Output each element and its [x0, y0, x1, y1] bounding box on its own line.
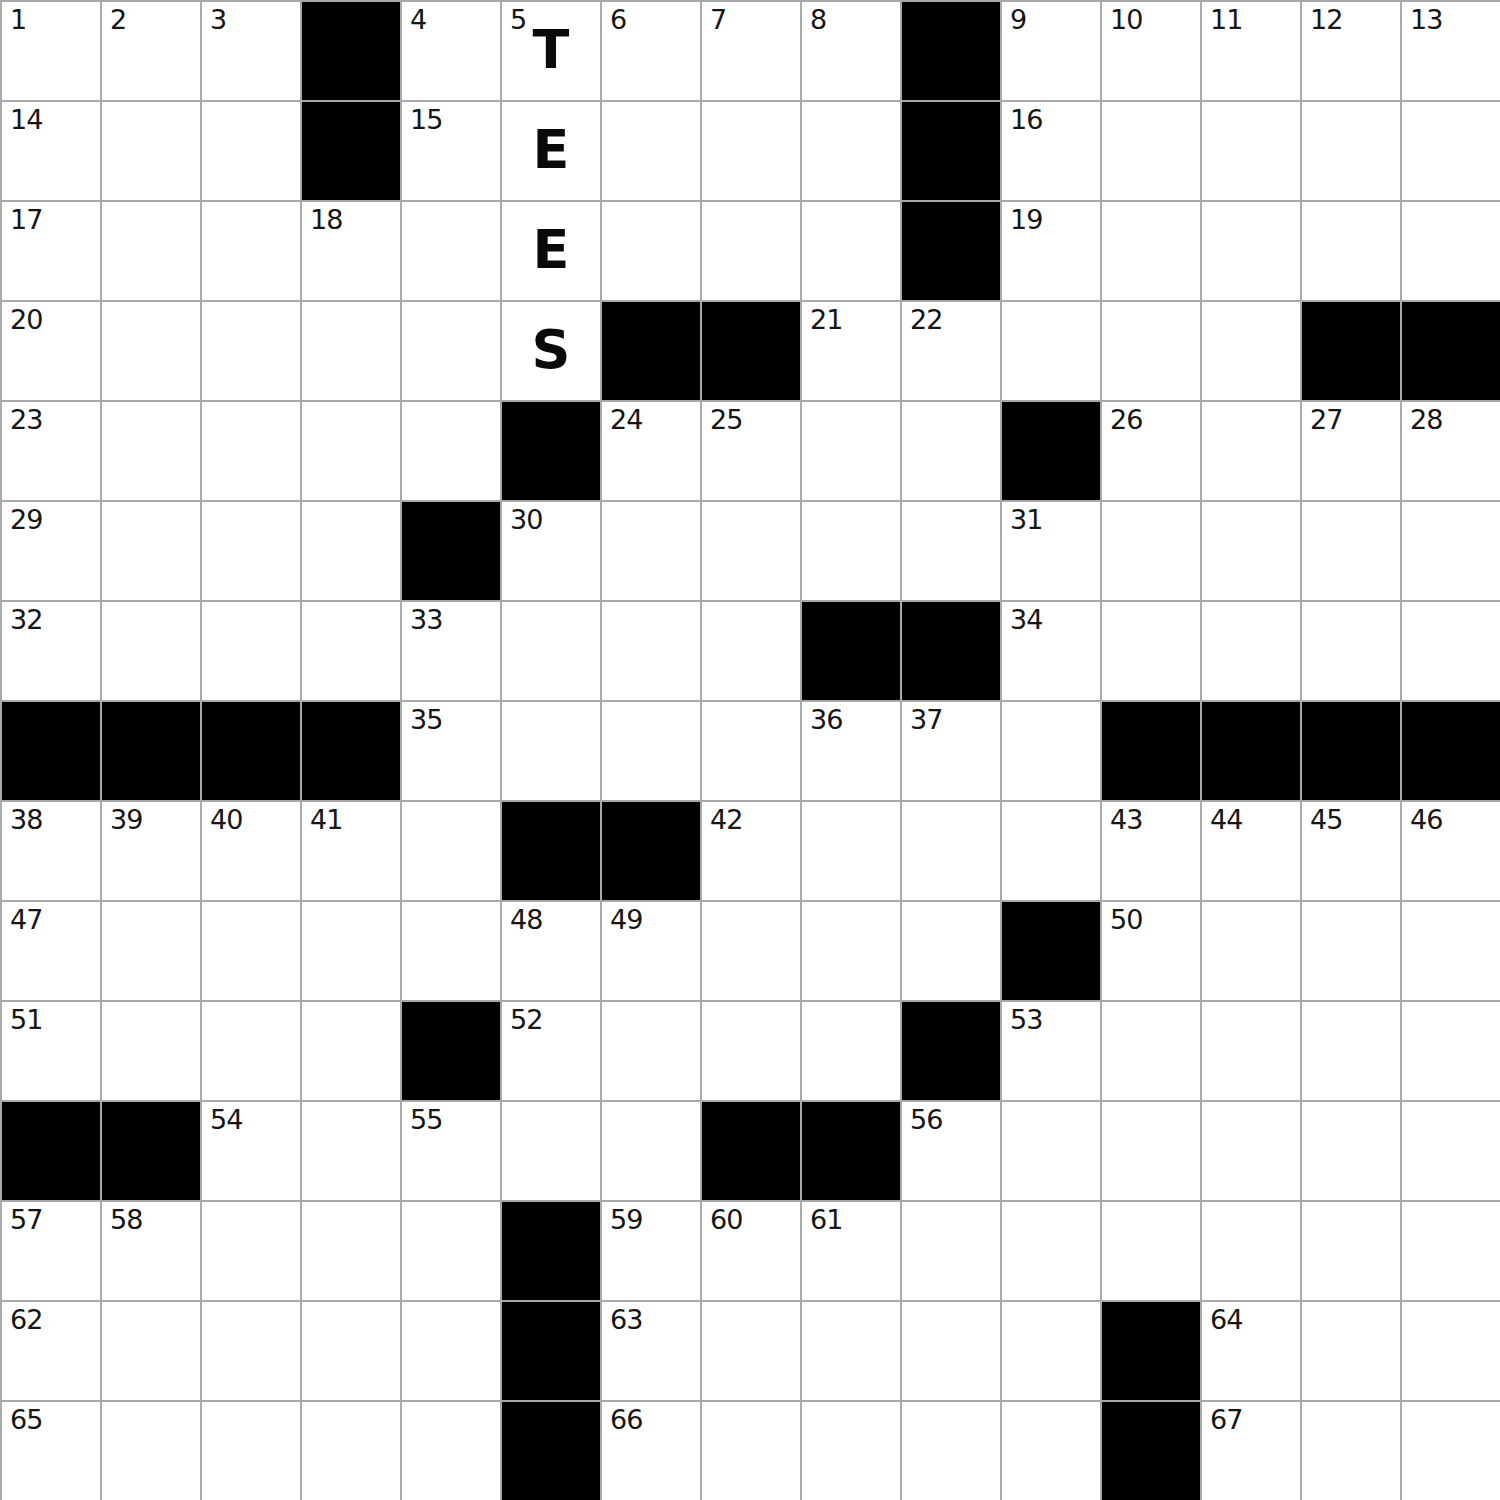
cell-r2c3[interactable] — [200, 100, 300, 200]
cell-r11c3[interactable] — [200, 1000, 300, 1100]
black-cell — [100, 1100, 200, 1200]
clue-number: 45 — [1310, 806, 1342, 833]
cell-r11c11[interactable]: 53 — [1000, 1000, 1100, 1100]
cell-r13c8[interactable]: 60 — [700, 1200, 800, 1300]
clue-number: 62 — [10, 1306, 42, 1333]
filled-letter: E — [502, 120, 600, 178]
clue-number: 56 — [910, 1106, 942, 1133]
cell-r15c9[interactable] — [800, 1400, 900, 1500]
cell-r3c2[interactable] — [100, 200, 200, 300]
cell-r10c3[interactable] — [200, 900, 300, 1000]
cell-r3c5[interactable] — [400, 200, 500, 300]
clue-number: 18 — [310, 206, 342, 233]
cell-r2c15[interactable] — [1400, 100, 1500, 200]
cell-r13c11[interactable] — [1000, 1200, 1100, 1300]
cell-r7c3[interactable] — [200, 600, 300, 700]
clue-number: 4 — [410, 6, 426, 33]
cell-r14c5[interactable] — [400, 1300, 500, 1400]
cell-r2c14[interactable] — [1300, 100, 1400, 200]
cell-r3c6[interactable]: E — [500, 200, 600, 300]
cell-r4c11[interactable] — [1000, 300, 1100, 400]
clue-number: 28 — [1410, 406, 1442, 433]
black-cell — [900, 200, 1000, 300]
clue-number: 65 — [10, 1406, 42, 1433]
cell-r14c8[interactable] — [700, 1300, 800, 1400]
black-cell — [0, 700, 100, 800]
clue-number: 32 — [10, 606, 42, 633]
clue-number: 46 — [1410, 806, 1442, 833]
clue-number: 2 — [110, 6, 126, 33]
cell-r12c11[interactable] — [1000, 1100, 1100, 1200]
cell-r15c5[interactable] — [400, 1400, 500, 1500]
clue-number: 24 — [610, 406, 642, 433]
cell-r11c8[interactable] — [700, 1000, 800, 1100]
clue-number: 51 — [10, 1006, 42, 1033]
black-cell — [900, 0, 1000, 100]
cell-r10c13[interactable] — [1200, 900, 1300, 1000]
cell-r9c5[interactable] — [400, 800, 500, 900]
cell-r1c9[interactable]: 8 — [800, 0, 900, 100]
cell-r11c9[interactable] — [800, 1000, 900, 1100]
cell-r12c4[interactable] — [300, 1100, 400, 1200]
cell-r7c1[interactable]: 32 — [0, 600, 100, 700]
clue-number: 64 — [1210, 1306, 1242, 1333]
cell-r14c9[interactable] — [800, 1300, 900, 1400]
cell-r12c3[interactable]: 54 — [200, 1100, 300, 1200]
clue-number: 13 — [1410, 6, 1442, 33]
clue-number: 44 — [1210, 806, 1242, 833]
clue-number: 36 — [810, 706, 842, 733]
cell-r13c12[interactable] — [1100, 1200, 1200, 1300]
cell-r10c14[interactable] — [1300, 900, 1400, 1000]
cell-r8c9[interactable]: 36 — [800, 700, 900, 800]
cell-r4c12[interactable] — [1100, 300, 1200, 400]
black-cell — [200, 700, 300, 800]
black-cell — [1100, 1300, 1200, 1400]
cell-r14c1[interactable]: 62 — [0, 1300, 100, 1400]
cell-r7c6[interactable] — [500, 600, 600, 700]
clue-number: 34 — [1010, 606, 1042, 633]
cell-r2c8[interactable] — [700, 100, 800, 200]
cell-r12c7[interactable] — [600, 1100, 700, 1200]
cell-r5c5[interactable] — [400, 400, 500, 500]
clue-number: 40 — [210, 806, 242, 833]
cell-r14c15[interactable] — [1400, 1300, 1500, 1400]
cell-r7c15[interactable] — [1400, 600, 1500, 700]
cell-r2c7[interactable] — [600, 100, 700, 200]
cell-r11c6[interactable]: 52 — [500, 1000, 600, 1100]
cell-r7c8[interactable] — [700, 600, 800, 700]
cell-r6c15[interactable] — [1400, 500, 1500, 600]
cell-r7c14[interactable] — [1300, 600, 1400, 700]
black-cell — [700, 300, 800, 400]
cell-r7c5[interactable]: 33 — [400, 600, 500, 700]
clue-number: 49 — [610, 906, 642, 933]
cell-r5c2[interactable] — [100, 400, 200, 500]
clue-number: 23 — [10, 406, 42, 433]
cell-r15c10[interactable] — [900, 1400, 1000, 1500]
black-cell — [800, 600, 900, 700]
clue-number: 61 — [810, 1206, 842, 1233]
clue-number: 17 — [10, 206, 42, 233]
clue-number: 58 — [110, 1206, 142, 1233]
filled-letter: S — [502, 320, 600, 378]
black-cell — [1300, 700, 1400, 800]
cell-r15c8[interactable] — [700, 1400, 800, 1500]
black-cell — [300, 100, 400, 200]
cell-r9c12[interactable]: 43 — [1100, 800, 1200, 900]
cell-r9c3[interactable]: 40 — [200, 800, 300, 900]
cell-r15c1[interactable]: 65 — [0, 1400, 100, 1500]
cell-r11c1[interactable]: 51 — [0, 1000, 100, 1100]
cell-r13c15[interactable] — [1400, 1200, 1500, 1300]
black-cell — [600, 800, 700, 900]
clue-number: 47 — [10, 906, 42, 933]
cell-r14c4[interactable] — [300, 1300, 400, 1400]
cell-r12c6[interactable] — [500, 1100, 600, 1200]
clue-number: 52 — [510, 1006, 542, 1033]
clue-number: 43 — [1110, 806, 1142, 833]
clue-number: 60 — [710, 1206, 742, 1233]
cell-r8c5[interactable]: 35 — [400, 700, 500, 800]
cell-r9c1[interactable]: 38 — [0, 800, 100, 900]
cell-r4c5[interactable] — [400, 300, 500, 400]
black-cell — [800, 1100, 900, 1200]
cell-r1c8[interactable]: 7 — [700, 0, 800, 100]
black-cell — [1400, 700, 1500, 800]
clue-number: 10 — [1110, 6, 1142, 33]
cell-r5c4[interactable] — [300, 400, 400, 500]
cell-r14c3[interactable] — [200, 1300, 300, 1400]
cell-r6c8[interactable] — [700, 500, 800, 600]
cell-r13c13[interactable] — [1200, 1200, 1300, 1300]
clue-number: 38 — [10, 806, 42, 833]
cell-r11c7[interactable] — [600, 1000, 700, 1100]
cell-r4c1[interactable]: 20 — [0, 300, 100, 400]
cell-r6c2[interactable] — [100, 500, 200, 600]
cell-r2c2[interactable] — [100, 100, 200, 200]
cell-r3c14[interactable] — [1300, 200, 1400, 300]
black-cell — [500, 400, 600, 500]
black-cell — [1100, 1400, 1200, 1500]
cell-r15c15[interactable] — [1400, 1400, 1500, 1500]
cell-r2c9[interactable] — [800, 100, 900, 200]
clue-number: 26 — [1110, 406, 1142, 433]
cell-r4c3[interactable] — [200, 300, 300, 400]
black-cell — [1400, 300, 1500, 400]
cell-r11c15[interactable] — [1400, 1000, 1500, 1100]
cell-r3c3[interactable] — [200, 200, 300, 300]
clue-number: 22 — [910, 306, 942, 333]
cell-r8c11[interactable] — [1000, 700, 1100, 800]
cell-r10c5[interactable] — [400, 900, 500, 1000]
cell-r5c15[interactable]: 28 — [1400, 400, 1500, 500]
clue-number: 9 — [1010, 6, 1026, 33]
cell-r6c12[interactable] — [1100, 500, 1200, 600]
black-cell — [400, 500, 500, 600]
clue-number: 25 — [710, 406, 742, 433]
cell-r11c13[interactable] — [1200, 1000, 1300, 1100]
cell-r13c9[interactable]: 61 — [800, 1200, 900, 1300]
cell-r4c9[interactable]: 21 — [800, 300, 900, 400]
clue-number: 39 — [110, 806, 142, 833]
clue-number: 21 — [810, 306, 842, 333]
black-cell — [500, 1200, 600, 1300]
cell-r2c1[interactable]: 14 — [0, 100, 100, 200]
black-cell — [300, 700, 400, 800]
clue-number: 54 — [210, 1106, 242, 1133]
cell-r13c2[interactable]: 58 — [100, 1200, 200, 1300]
cell-r1c7[interactable]: 6 — [600, 0, 700, 100]
cell-r6c4[interactable] — [300, 500, 400, 600]
cell-r2c12[interactable] — [1100, 100, 1200, 200]
clue-number: 14 — [10, 106, 42, 133]
cell-r5c10[interactable] — [900, 400, 1000, 500]
cell-r9c11[interactable] — [1000, 800, 1100, 900]
clue-number: 59 — [610, 1206, 642, 1233]
cell-r9c4[interactable]: 41 — [300, 800, 400, 900]
cell-r12c5[interactable]: 55 — [400, 1100, 500, 1200]
cell-r9c2[interactable]: 39 — [100, 800, 200, 900]
crossword-grid: 12345T6789101112131415E161718E1920S21222… — [0, 0, 1500, 1500]
cell-r15c13[interactable]: 67 — [1200, 1400, 1300, 1500]
cell-r3c1[interactable]: 17 — [0, 200, 100, 300]
cell-r9c13[interactable]: 44 — [1200, 800, 1300, 900]
black-cell — [1000, 400, 1100, 500]
cell-r9c14[interactable]: 45 — [1300, 800, 1400, 900]
black-cell — [100, 700, 200, 800]
clue-number: 7 — [710, 6, 726, 33]
cell-r15c7[interactable]: 66 — [600, 1400, 700, 1500]
cell-r12c10[interactable]: 56 — [900, 1100, 1000, 1200]
cell-r7c13[interactable] — [1200, 600, 1300, 700]
clue-number: 27 — [1310, 406, 1342, 433]
cell-r2c13[interactable] — [1200, 100, 1300, 200]
cell-r6c3[interactable] — [200, 500, 300, 600]
cell-r3c12[interactable] — [1100, 200, 1200, 300]
clue-number: 12 — [1310, 6, 1342, 33]
cell-r10c8[interactable] — [700, 900, 800, 1000]
cell-r10c10[interactable] — [900, 900, 1000, 1000]
cell-r13c4[interactable] — [300, 1200, 400, 1300]
clue-number: 19 — [1010, 206, 1042, 233]
black-cell — [600, 300, 700, 400]
cell-r3c15[interactable] — [1400, 200, 1500, 300]
cell-r15c14[interactable] — [1300, 1400, 1400, 1500]
cell-r1c6[interactable]: 5T — [500, 0, 600, 100]
cell-r1c2[interactable]: 2 — [100, 0, 200, 100]
cell-r5c7[interactable]: 24 — [600, 400, 700, 500]
cell-r10c6[interactable]: 48 — [500, 900, 600, 1000]
clue-number: 67 — [1210, 1406, 1242, 1433]
cell-r10c2[interactable] — [100, 900, 200, 1000]
cell-r12c15[interactable] — [1400, 1100, 1500, 1200]
cell-r6c6[interactable]: 30 — [500, 500, 600, 600]
cell-r15c11[interactable] — [1000, 1400, 1100, 1500]
cell-r10c12[interactable]: 50 — [1100, 900, 1200, 1000]
cell-r1c3[interactable]: 3 — [200, 0, 300, 100]
black-cell — [700, 1100, 800, 1200]
cell-r12c13[interactable] — [1200, 1100, 1300, 1200]
cell-r13c3[interactable] — [200, 1200, 300, 1300]
cell-r5c3[interactable] — [200, 400, 300, 500]
cell-r9c10[interactable] — [900, 800, 1000, 900]
black-cell — [900, 600, 1000, 700]
cell-r4c2[interactable] — [100, 300, 200, 400]
clue-number: 29 — [10, 506, 42, 533]
black-cell — [500, 800, 600, 900]
cell-r5c9[interactable] — [800, 400, 900, 500]
cell-r2c11[interactable]: 16 — [1000, 100, 1100, 200]
clue-number: 30 — [510, 506, 542, 533]
clue-number: 55 — [410, 1106, 442, 1133]
cell-r10c4[interactable] — [300, 900, 400, 1000]
cell-r5c1[interactable]: 23 — [0, 400, 100, 500]
cell-r10c15[interactable] — [1400, 900, 1500, 1000]
cell-r1c12[interactable]: 10 — [1100, 0, 1200, 100]
clue-number: 48 — [510, 906, 542, 933]
clue-number: 50 — [1110, 906, 1142, 933]
cell-r14c2[interactable] — [100, 1300, 200, 1400]
cell-r6c1[interactable]: 29 — [0, 500, 100, 600]
cell-r15c4[interactable] — [300, 1400, 400, 1500]
cell-r1c11[interactable]: 9 — [1000, 0, 1100, 100]
cell-r12c14[interactable] — [1300, 1100, 1400, 1200]
cell-r13c7[interactable]: 59 — [600, 1200, 700, 1300]
clue-number: 42 — [710, 806, 742, 833]
clue-number: 15 — [410, 106, 442, 133]
cell-r5c8[interactable]: 25 — [700, 400, 800, 500]
clue-number: 37 — [910, 706, 942, 733]
cell-r3c9[interactable] — [800, 200, 900, 300]
cell-r14c7[interactable]: 63 — [600, 1300, 700, 1400]
cell-r1c13[interactable]: 11 — [1200, 0, 1300, 100]
cell-r3c13[interactable] — [1200, 200, 1300, 300]
cell-r2c5[interactable]: 15 — [400, 100, 500, 200]
cell-r6c14[interactable] — [1300, 500, 1400, 600]
cell-r6c10[interactable] — [900, 500, 1000, 600]
clue-number: 33 — [410, 606, 442, 633]
black-cell — [300, 0, 400, 100]
black-cell — [900, 1000, 1000, 1100]
cell-r6c11[interactable]: 31 — [1000, 500, 1100, 600]
filled-letter: T — [502, 20, 600, 78]
black-cell — [1100, 700, 1200, 800]
black-cell — [500, 1300, 600, 1400]
cell-r13c14[interactable] — [1300, 1200, 1400, 1300]
cell-r7c2[interactable] — [100, 600, 200, 700]
cell-r12c12[interactable] — [1100, 1100, 1200, 1200]
clue-number: 20 — [10, 306, 42, 333]
clue-number: 1 — [10, 6, 26, 33]
clue-number: 6 — [610, 6, 626, 33]
cell-r7c11[interactable]: 34 — [1000, 600, 1100, 700]
clue-number: 63 — [610, 1306, 642, 1333]
clue-number: 41 — [310, 806, 342, 833]
clue-number: 53 — [1010, 1006, 1042, 1033]
filled-letter: E — [502, 220, 600, 278]
cell-r8c6[interactable] — [500, 700, 600, 800]
cell-r5c14[interactable]: 27 — [1300, 400, 1400, 500]
black-cell — [1000, 900, 1100, 1000]
cell-r6c9[interactable] — [800, 500, 900, 600]
cell-r14c14[interactable] — [1300, 1300, 1400, 1400]
cell-r11c4[interactable] — [300, 1000, 400, 1100]
clue-number: 8 — [810, 6, 826, 33]
clue-number: 3 — [210, 6, 226, 33]
clue-number: 31 — [1010, 506, 1042, 533]
cell-r14c13[interactable]: 64 — [1200, 1300, 1300, 1400]
cell-r10c9[interactable] — [800, 900, 900, 1000]
cell-r14c11[interactable] — [1000, 1300, 1100, 1400]
cell-r9c15[interactable]: 46 — [1400, 800, 1500, 900]
cell-r10c7[interactable]: 49 — [600, 900, 700, 1000]
cell-r9c8[interactable]: 42 — [700, 800, 800, 900]
cell-r11c14[interactable] — [1300, 1000, 1400, 1100]
cell-r13c10[interactable] — [900, 1200, 1000, 1300]
cell-r1c1[interactable]: 1 — [0, 0, 100, 100]
cell-r1c5[interactable]: 4 — [400, 0, 500, 100]
clue-number: 35 — [410, 706, 442, 733]
cell-r7c7[interactable] — [600, 600, 700, 700]
black-cell — [1300, 300, 1400, 400]
cell-r3c8[interactable] — [700, 200, 800, 300]
cell-r9c9[interactable] — [800, 800, 900, 900]
cell-r3c4[interactable]: 18 — [300, 200, 400, 300]
cell-r8c10[interactable]: 37 — [900, 700, 1000, 800]
cell-r13c5[interactable] — [400, 1200, 500, 1300]
cell-r6c13[interactable] — [1200, 500, 1300, 600]
cell-r5c12[interactable]: 26 — [1100, 400, 1200, 500]
clue-number: 57 — [10, 1206, 42, 1233]
cell-r4c10[interactable]: 22 — [900, 300, 1000, 400]
cell-r14c10[interactable] — [900, 1300, 1000, 1400]
cell-r4c13[interactable] — [1200, 300, 1300, 400]
cell-r3c7[interactable] — [600, 200, 700, 300]
cell-r3c11[interactable]: 19 — [1000, 200, 1100, 300]
cell-r4c4[interactable] — [300, 300, 400, 400]
cell-r7c12[interactable] — [1100, 600, 1200, 700]
cell-r2c6[interactable]: E — [500, 100, 600, 200]
cell-r10c1[interactable]: 47 — [0, 900, 100, 1000]
cell-r4c6[interactable]: S — [500, 300, 600, 400]
cell-r11c2[interactable] — [100, 1000, 200, 1100]
clue-number: 66 — [610, 1406, 642, 1433]
cell-r1c14[interactable]: 12 — [1300, 0, 1400, 100]
cell-r8c8[interactable] — [700, 700, 800, 800]
cell-r8c7[interactable] — [600, 700, 700, 800]
cell-r15c3[interactable] — [200, 1400, 300, 1500]
cell-r11c12[interactable] — [1100, 1000, 1200, 1100]
black-cell — [900, 100, 1000, 200]
black-cell — [400, 1000, 500, 1100]
black-cell — [0, 1100, 100, 1200]
clue-number: 11 — [1210, 6, 1242, 33]
cell-r5c13[interactable] — [1200, 400, 1300, 500]
cell-r1c15[interactable]: 13 — [1400, 0, 1500, 100]
clue-number: 16 — [1010, 106, 1042, 133]
cell-r7c4[interactable] — [300, 600, 400, 700]
black-cell — [500, 1400, 600, 1500]
cell-r6c7[interactable] — [600, 500, 700, 600]
black-cell — [1200, 700, 1300, 800]
cell-r15c2[interactable] — [100, 1400, 200, 1500]
cell-r13c1[interactable]: 57 — [0, 1200, 100, 1300]
